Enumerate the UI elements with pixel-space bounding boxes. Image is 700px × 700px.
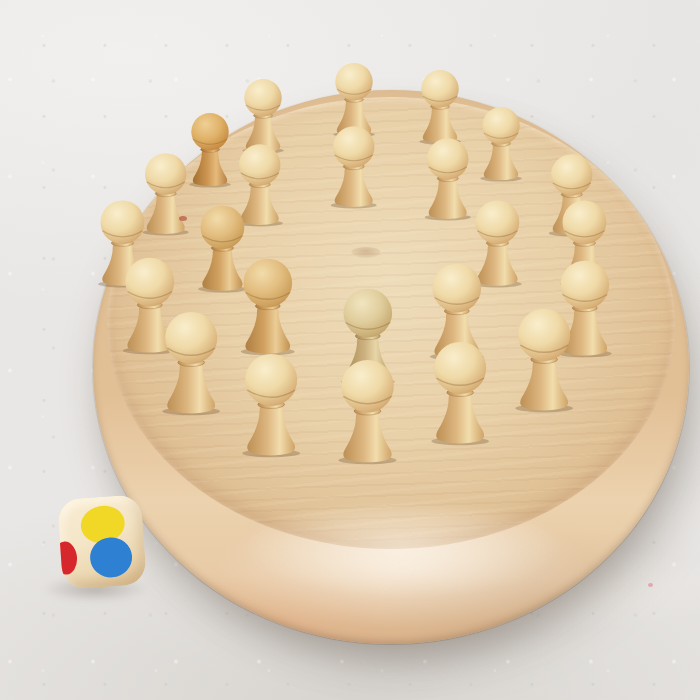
pink-fleck — [648, 583, 653, 587]
color-die[interactable] — [57, 494, 147, 590]
red-pawn-base-glimpse — [179, 216, 187, 221]
pawn-r5c2[interactable] — [235, 351, 307, 458]
pawn-r4c2[interactable] — [234, 256, 302, 356]
pawn-r5c5[interactable] — [508, 306, 580, 413]
pawn-r5c3[interactable] — [331, 357, 404, 465]
pawn-r1c4[interactable] — [414, 68, 466, 145]
pawn-r2c3[interactable] — [325, 124, 382, 209]
pawn-r1c5[interactable] — [475, 105, 527, 182]
pawn-r5c4[interactable] — [424, 339, 496, 446]
pawn-r5c1[interactable] — [155, 309, 227, 416]
scene — [0, 0, 700, 700]
